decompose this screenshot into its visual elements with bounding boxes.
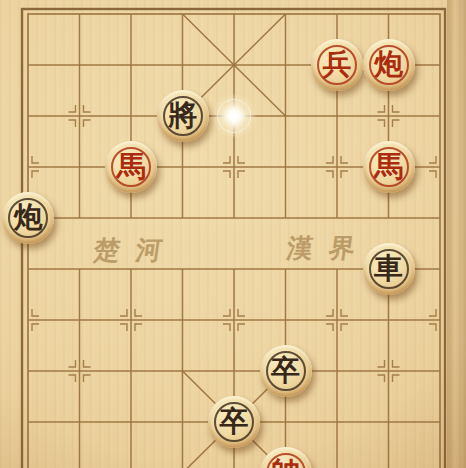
piece-glyph: 兵 xyxy=(323,50,352,79)
piece-black-chariot[interactable]: 車 xyxy=(363,243,415,295)
piece-red-soldier-a[interactable]: 兵 xyxy=(311,39,363,91)
piece-glyph: 馬 xyxy=(117,152,146,181)
piece-glyph: 炮 xyxy=(374,50,403,79)
piece-red-horse-right[interactable]: 馬 xyxy=(363,141,415,193)
piece-glyph: 馬 xyxy=(374,152,403,181)
piece-black-general[interactable]: 將 xyxy=(157,90,209,142)
piece-glyph: 炮 xyxy=(14,203,43,232)
piece-red-general[interactable]: 帥 xyxy=(260,447,312,468)
piece-red-horse-left[interactable]: 馬 xyxy=(105,141,157,193)
piece-glyph: 帥 xyxy=(271,458,300,468)
piece-layer: 兵炮將馬馬炮車卒卒帥 xyxy=(2,0,466,468)
piece-glyph: 將 xyxy=(168,101,197,130)
piece-red-cannon[interactable]: 炮 xyxy=(363,39,415,91)
piece-black-soldier-a[interactable]: 卒 xyxy=(260,345,312,397)
piece-glyph: 卒 xyxy=(220,407,249,436)
piece-black-cannon[interactable]: 炮 xyxy=(2,192,54,244)
piece-glyph: 卒 xyxy=(271,356,300,385)
xiangqi-board: 楚河 漢界 兵炮將馬馬炮車卒卒帥 xyxy=(0,0,466,468)
piece-black-soldier-b[interactable]: 卒 xyxy=(208,396,260,448)
piece-glyph: 車 xyxy=(374,254,403,283)
